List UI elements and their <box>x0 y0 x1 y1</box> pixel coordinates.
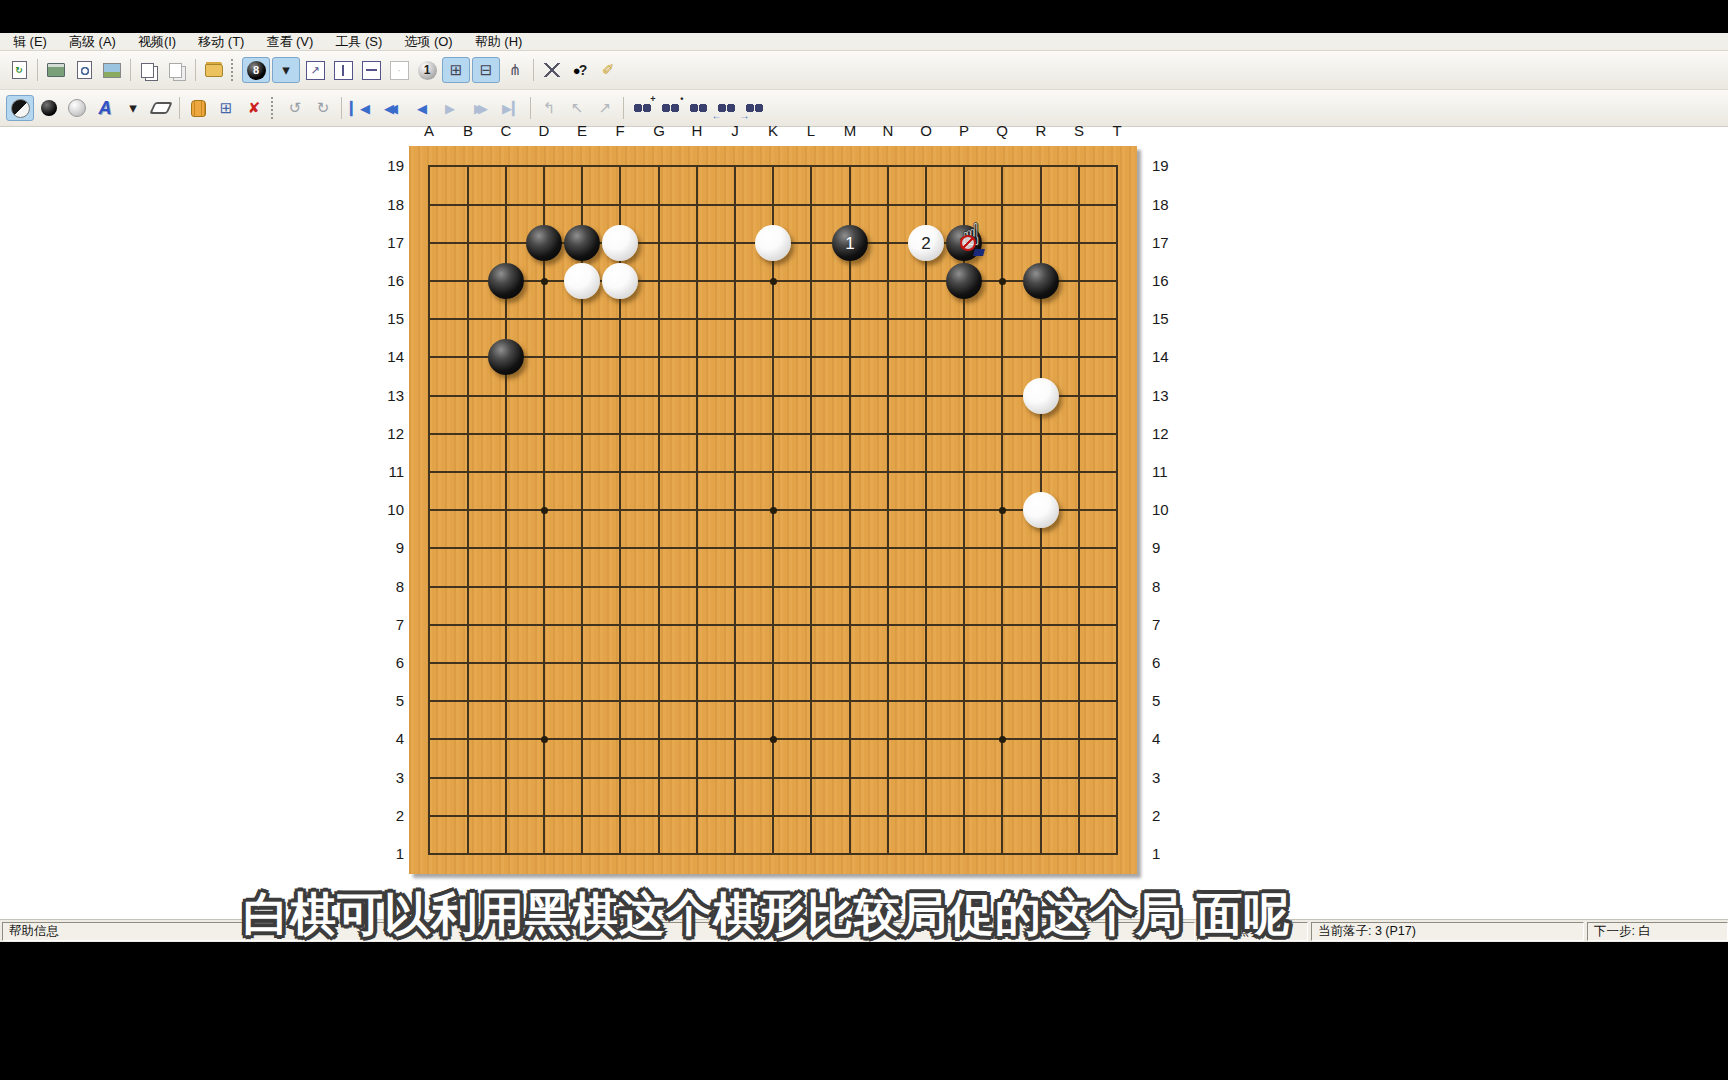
col-label-L: L <box>799 122 823 139</box>
col-label-G: G <box>647 122 671 139</box>
toolbar-separator <box>231 59 238 81</box>
white-stone-R13[interactable] <box>1023 378 1059 414</box>
brush-icon[interactable]: ✐ <box>595 58 621 82</box>
row-label-right-2: 2 <box>1152 807 1204 824</box>
star-point-K4 <box>770 736 777 743</box>
grid-line-v <box>887 165 889 855</box>
tools-icon <box>544 63 560 77</box>
print-preview-icon <box>77 61 92 79</box>
hand-no-drop-cursor: ☝ <box>958 221 994 261</box>
print-icon <box>47 63 65 77</box>
row-label-left-11: 11 <box>352 463 404 480</box>
image-export-icon[interactable] <box>99 58 125 82</box>
grid-line-v <box>849 165 851 855</box>
white-stone-E16[interactable] <box>564 263 600 299</box>
star-point-Q16 <box>999 278 1006 285</box>
branch-prev-icon[interactable]: ↖ <box>564 96 590 120</box>
row-label-right-6: 6 <box>1152 654 1204 671</box>
go-board[interactable]: 132 <box>409 146 1137 874</box>
jump-arrow-icon: ↗ <box>306 61 325 80</box>
menu-view[interactable]: 查看 (V) <box>255 33 324 51</box>
row-label-right-10: 10 <box>1152 501 1204 518</box>
search-add-icon: + <box>633 102 652 114</box>
letterbox-bottom <box>0 942 1728 1080</box>
annotation-letter-icon: A <box>99 98 112 119</box>
col-label-P: P <box>952 122 976 139</box>
help-icon[interactable]: ●? <box>567 58 593 82</box>
row-label-left-6: 6 <box>352 654 404 671</box>
add-node-icon[interactable]: ⊞ <box>213 96 239 120</box>
row-label-left-10: 10 <box>352 501 404 518</box>
row-label-left-5: 5 <box>352 692 404 709</box>
menu-options[interactable]: 选项 (O) <box>393 33 463 51</box>
grid-line-h <box>428 662 1118 664</box>
white-stone-tool-icon <box>68 99 86 117</box>
menu-advanced[interactable]: 高级 (A) <box>58 33 127 51</box>
col-label-T: T <box>1105 122 1129 139</box>
eight-ball-icon[interactable]: 8 <box>242 57 270 83</box>
pass-eraser-icon <box>149 102 173 114</box>
star-point-D4 <box>541 736 548 743</box>
copy-icon <box>141 63 154 78</box>
row-label-right-1: 1 <box>1152 845 1204 862</box>
alternate-stone-tool-icon <box>11 99 30 118</box>
col-label-R: R <box>1029 122 1053 139</box>
search-forward-icon: → <box>745 102 764 114</box>
grid-line-h <box>428 624 1118 626</box>
col-label-H: H <box>685 122 709 139</box>
search-back-icon: ← <box>717 102 736 114</box>
video-subtitle: 白棋可以利用黑棋这个棋形比较局促的这个局 面呢 <box>243 884 1291 946</box>
white-stone-O17[interactable]: 2 <box>908 225 944 261</box>
toolbar-main: ↻8▾↗·1⊞⊟⋔●?✐ <box>0 51 1728 90</box>
first-move-icon[interactable]: ▎◀ <box>347 96 373 120</box>
black-stone-tool-icon[interactable] <box>36 96 62 120</box>
grid-line-h <box>428 547 1118 549</box>
row-label-left-4: 4 <box>352 730 404 747</box>
export-folder-icon[interactable] <box>201 58 227 82</box>
back-icon[interactable]: ◀ <box>409 96 435 120</box>
row-label-right-13: 13 <box>1152 387 1204 404</box>
black-stone-D17[interactable] <box>526 225 562 261</box>
back-circle-icon[interactable]: ↺ <box>282 96 308 120</box>
row-label-right-8: 8 <box>1152 578 1204 595</box>
col-label-M: M <box>838 122 862 139</box>
row-label-right-9: 9 <box>1152 539 1204 556</box>
black-stone-C16[interactable] <box>488 263 524 299</box>
col-label-D: D <box>532 122 556 139</box>
row-label-left-3: 3 <box>352 769 404 786</box>
chevron-down-icon[interactable]: ▾ <box>120 96 146 120</box>
row-label-left-8: 8 <box>352 578 404 595</box>
menu-move[interactable]: 移动 (T) <box>187 33 255 51</box>
col-label-Q: Q <box>990 122 1014 139</box>
chevron-down-icon[interactable]: ▾ <box>272 57 300 83</box>
fast-forward-icon[interactable]: ▶▶ <box>465 96 497 120</box>
alternate-stone-tool-icon[interactable] <box>6 95 34 121</box>
empty-box-icon[interactable]: · <box>386 58 412 82</box>
star-point-K10 <box>770 507 777 514</box>
cursor-cuff <box>973 249 985 256</box>
toolbar-separator <box>533 59 534 81</box>
star-point-K16 <box>770 278 777 285</box>
row-label-left-17: 17 <box>352 234 404 251</box>
new-board-icon: ↻ <box>12 61 27 79</box>
black-stone-M17[interactable]: 1 <box>832 225 868 261</box>
paste-icon <box>169 63 182 78</box>
search-add-icon[interactable]: + <box>629 96 655 120</box>
move-number-ball-icon: 1 <box>418 61 437 80</box>
grid-line-h <box>428 700 1118 702</box>
paste-icon[interactable] <box>164 58 190 82</box>
row-label-left-16: 16 <box>352 272 404 289</box>
vertical-dashed-box-icon[interactable] <box>330 58 356 82</box>
white-stone-F16[interactable] <box>602 263 638 299</box>
white-stone-R10[interactable] <box>1023 492 1059 528</box>
row-label-right-19: 19 <box>1152 157 1204 174</box>
fast-backward-icon[interactable]: ◀◀ <box>375 96 407 120</box>
menu-edit-partial[interactable]: 辑 (E) <box>2 33 58 51</box>
row-label-right-14: 14 <box>1152 348 1204 365</box>
row-label-right-17: 17 <box>1152 234 1204 251</box>
white-stone-tool-icon[interactable] <box>64 96 90 120</box>
hand-tool-icon <box>191 100 206 117</box>
letterbox-top <box>0 0 1728 33</box>
toolbar-separator <box>623 97 624 119</box>
search-dot-icon: • <box>661 102 680 114</box>
menu-tools[interactable]: 工具 (S) <box>324 33 393 51</box>
star-point-Q10 <box>999 507 1006 514</box>
menu-bar: 辑 (E)高级 (A)视频(I)移动 (T)查看 (V)工具 (S)选项 (O)… <box>0 33 1728 51</box>
status-current-move-panel: 当前落子: 3 (P17) <box>1311 922 1584 941</box>
toolbar-separator <box>179 97 180 119</box>
no-drop-icon <box>960 235 976 251</box>
move-number-ball-icon[interactable]: 1 <box>414 58 440 82</box>
forward-circle-icon[interactable]: ↻ <box>310 96 336 120</box>
hand-tool-icon[interactable] <box>185 96 211 120</box>
grid-line-v <box>1116 165 1118 855</box>
toolbar-separator <box>271 97 278 119</box>
star-point-Q4 <box>999 736 1006 743</box>
row-label-right-12: 12 <box>1152 425 1204 442</box>
row-label-right-5: 5 <box>1152 692 1204 709</box>
row-label-left-14: 14 <box>352 348 404 365</box>
horizontal-dashed-box-icon[interactable] <box>358 58 384 82</box>
col-label-B: B <box>456 122 480 139</box>
black-stone-R16[interactable] <box>1023 263 1059 299</box>
toolbar-separator <box>530 97 531 119</box>
branch-next-icon[interactable]: ↗ <box>592 96 618 120</box>
tree-expand-icon[interactable]: ⊞ <box>442 57 470 83</box>
copy-icon[interactable] <box>136 58 162 82</box>
help-icon: ? <box>579 62 588 78</box>
forward-icon[interactable]: ▶ <box>437 96 463 120</box>
menu-help[interactable]: 帮助 (H) <box>464 33 534 51</box>
star-point-D16 <box>541 278 548 285</box>
row-label-left-2: 2 <box>352 807 404 824</box>
grid-line-h <box>428 586 1118 588</box>
hierarchy-icon[interactable]: ⋔ <box>502 58 528 82</box>
row-label-left-18: 18 <box>352 196 404 213</box>
horizontal-dashed-box-icon <box>362 61 381 80</box>
print-preview-icon[interactable] <box>71 58 97 82</box>
toolbar-navigation: A▾⊞✘↺↻▎◀◀◀◀▶▶▶▶▎↰↖↗+•←→ <box>0 90 1728 127</box>
col-label-N: N <box>876 122 900 139</box>
delete-node-icon[interactable]: ✘ <box>241 96 267 120</box>
status-next-player-panel: 下一步: 白 <box>1587 922 1728 941</box>
row-label-right-7: 7 <box>1152 616 1204 633</box>
grid-line-h <box>428 777 1118 779</box>
print-icon[interactable] <box>43 58 69 82</box>
grid-line-v <box>925 165 927 855</box>
grid-line-v <box>1078 165 1080 855</box>
eight-ball-icon: 8 <box>247 61 266 80</box>
black-stone-E17[interactable] <box>564 225 600 261</box>
black-stone-P16[interactable] <box>946 263 982 299</box>
search-icon <box>689 102 708 114</box>
search-dot-icon[interactable]: • <box>657 96 683 120</box>
col-label-F: F <box>608 122 632 139</box>
black-stone-tool-icon <box>41 100 57 116</box>
col-label-S: S <box>1067 122 1091 139</box>
annotation-letter-icon[interactable]: A <box>92 96 118 120</box>
grid-line-h <box>428 815 1118 817</box>
search-back-icon[interactable]: ← <box>713 96 739 120</box>
grid-line-h <box>428 853 1118 855</box>
row-label-left-15: 15 <box>352 310 404 327</box>
row-label-right-16: 16 <box>1152 272 1204 289</box>
branch-up-icon[interactable]: ↰ <box>536 96 562 120</box>
menu-video[interactable]: 视频(I) <box>127 33 187 51</box>
last-move-icon[interactable]: ▶▎ <box>499 96 525 120</box>
jump-arrow-icon[interactable]: ↗ <box>302 58 328 82</box>
col-label-A: A <box>417 122 441 139</box>
new-board-icon[interactable]: ↻ <box>6 58 32 82</box>
empty-box-icon: · <box>390 61 409 80</box>
export-folder-icon <box>205 64 223 77</box>
row-label-left-7: 7 <box>352 616 404 633</box>
toolbar-separator <box>341 97 342 119</box>
row-label-left-1: 1 <box>352 845 404 862</box>
toolbar-separator <box>130 59 131 81</box>
col-label-K: K <box>761 122 785 139</box>
row-label-right-4: 4 <box>1152 730 1204 747</box>
row-label-left-12: 12 <box>352 425 404 442</box>
col-label-E: E <box>570 122 594 139</box>
search-icon[interactable] <box>685 96 711 120</box>
row-label-right-18: 18 <box>1152 196 1204 213</box>
col-label-C: C <box>494 122 518 139</box>
white-stone-K17[interactable] <box>755 225 791 261</box>
vertical-dashed-box-icon <box>334 61 353 80</box>
move-number-1: 1 <box>845 235 854 252</box>
white-stone-F17[interactable] <box>602 225 638 261</box>
grid-line-v <box>810 165 812 855</box>
tree-collapse-icon[interactable]: ⊟ <box>472 57 500 83</box>
row-label-left-19: 19 <box>352 157 404 174</box>
toolbar-separator <box>195 59 196 81</box>
row-label-right-11: 11 <box>1152 463 1204 480</box>
toolbar-separator <box>37 59 38 81</box>
pass-eraser-icon[interactable] <box>148 96 174 120</box>
move-number-2: 2 <box>921 235 930 252</box>
image-export-icon <box>103 63 121 78</box>
row-label-left-13: 13 <box>352 387 404 404</box>
row-label-right-15: 15 <box>1152 310 1204 327</box>
row-label-right-3: 3 <box>1152 769 1204 786</box>
black-stone-C14[interactable] <box>488 339 524 375</box>
col-label-J: J <box>723 122 747 139</box>
tools-icon[interactable] <box>539 58 565 82</box>
row-label-left-9: 9 <box>352 539 404 556</box>
col-label-O: O <box>914 122 938 139</box>
search-forward-icon[interactable]: → <box>741 96 767 120</box>
star-point-D10 <box>541 507 548 514</box>
